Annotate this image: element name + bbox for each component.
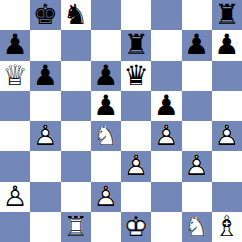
white-bishop-outline: ♗: [212, 212, 242, 242]
square-g1[interactable]: ♞♘: [182, 212, 212, 242]
square-f2[interactable]: [151, 182, 181, 212]
square-c4[interactable]: [61, 121, 91, 151]
square-g4[interactable]: [182, 121, 212, 151]
square-f5[interactable]: ♟: [151, 91, 181, 121]
square-h6[interactable]: [212, 61, 242, 91]
piece-black-king[interactable]: ♚: [30, 0, 60, 30]
square-f6[interactable]: [151, 61, 181, 91]
square-c6[interactable]: [61, 61, 91, 91]
square-f1[interactable]: [151, 212, 181, 242]
square-a3[interactable]: [0, 151, 30, 181]
piece-white-pawn[interactable]: ♟♙: [151, 121, 181, 151]
piece-white-knight[interactable]: ♞♘: [91, 121, 121, 151]
square-c2[interactable]: [61, 182, 91, 212]
square-a2[interactable]: ♟♙: [0, 182, 30, 212]
square-e7[interactable]: ♜: [121, 30, 151, 60]
square-g8[interactable]: [182, 0, 212, 30]
square-h8[interactable]: ♜: [212, 0, 242, 30]
square-a8[interactable]: [0, 0, 30, 30]
piece-white-king[interactable]: ♚♔: [121, 212, 151, 242]
square-d7[interactable]: [91, 30, 121, 60]
square-a7[interactable]: ♟: [0, 30, 30, 60]
piece-black-pawn[interactable]: ♟: [91, 91, 121, 121]
chess-board: ♚♞♜♟♜♟♟♛♕♟♟♛♟♟♟♙♞♘♟♙♟♙♟♙♟♙♟♙♟♙♜♖♚♔♞♘♝♗: [0, 0, 242, 242]
square-d2[interactable]: ♟♙: [91, 182, 121, 212]
square-g5[interactable]: [182, 91, 212, 121]
square-b3[interactable]: [30, 151, 60, 181]
piece-black-rook[interactable]: ♜: [121, 30, 151, 60]
square-a5[interactable]: [0, 91, 30, 121]
piece-white-queen[interactable]: ♛♕: [0, 61, 30, 91]
black-pawn-glyph: ♟: [91, 91, 121, 121]
black-pawn-glyph: ♟: [151, 91, 181, 121]
white-pawn-outline: ♙: [30, 121, 60, 151]
piece-white-pawn[interactable]: ♟♙: [30, 121, 60, 151]
piece-black-knight[interactable]: ♞: [61, 0, 91, 30]
square-g2[interactable]: [182, 182, 212, 212]
square-c5[interactable]: [61, 91, 91, 121]
piece-white-pawn[interactable]: ♟♙: [91, 182, 121, 212]
black-pawn-glyph: ♟: [0, 30, 30, 60]
white-king-outline: ♔: [121, 212, 151, 242]
piece-white-bishop[interactable]: ♝♗: [212, 212, 242, 242]
white-knight-outline: ♘: [182, 212, 212, 242]
square-b2[interactable]: [30, 182, 60, 212]
square-e4[interactable]: [121, 121, 151, 151]
black-knight-glyph: ♞: [61, 0, 91, 30]
square-b5[interactable]: [30, 91, 60, 121]
square-e5[interactable]: [121, 91, 151, 121]
white-pawn-outline: ♙: [212, 121, 242, 151]
square-b6[interactable]: ♟: [30, 61, 60, 91]
black-rook-glyph: ♜: [212, 0, 242, 30]
square-d5[interactable]: ♟: [91, 91, 121, 121]
piece-black-pawn[interactable]: ♟: [212, 30, 242, 60]
black-queen-glyph: ♛: [121, 61, 151, 91]
square-d4[interactable]: ♞♘: [91, 121, 121, 151]
white-pawn-outline: ♙: [0, 182, 30, 212]
square-b7[interactable]: [30, 30, 60, 60]
square-g3[interactable]: ♟♙: [182, 151, 212, 181]
square-e3[interactable]: ♟♙: [121, 151, 151, 181]
piece-white-rook[interactable]: ♜♖: [61, 212, 91, 242]
square-b4[interactable]: ♟♙: [30, 121, 60, 151]
square-h4[interactable]: ♟♙: [212, 121, 242, 151]
square-d6[interactable]: ♟: [91, 61, 121, 91]
black-pawn-glyph: ♟: [212, 30, 242, 60]
white-knight-outline: ♘: [91, 121, 121, 151]
piece-black-pawn[interactable]: ♟: [151, 91, 181, 121]
square-e2[interactable]: [121, 182, 151, 212]
square-b8[interactable]: ♚: [30, 0, 60, 30]
piece-black-pawn[interactable]: ♟: [30, 61, 60, 91]
black-king-glyph: ♚: [30, 0, 60, 30]
square-d3[interactable]: [91, 151, 121, 181]
square-f3[interactable]: [151, 151, 181, 181]
black-pawn-glyph: ♟: [182, 30, 212, 60]
white-pawn-outline: ♙: [91, 182, 121, 212]
square-a4[interactable]: [0, 121, 30, 151]
piece-white-pawn[interactable]: ♟♙: [0, 182, 30, 212]
piece-black-pawn[interactable]: ♟: [0, 30, 30, 60]
square-g6[interactable]: [182, 61, 212, 91]
piece-white-knight[interactable]: ♞♘: [182, 212, 212, 242]
square-a1[interactable]: [0, 212, 30, 242]
square-e1[interactable]: ♚♔: [121, 212, 151, 242]
white-queen-outline: ♕: [0, 61, 30, 91]
piece-white-pawn[interactable]: ♟♙: [212, 121, 242, 151]
square-h1[interactable]: ♝♗: [212, 212, 242, 242]
square-f8[interactable]: [151, 0, 181, 30]
square-f4[interactable]: ♟♙: [151, 121, 181, 151]
square-a6[interactable]: ♛♕: [0, 61, 30, 91]
square-c1[interactable]: ♜♖: [61, 212, 91, 242]
square-c7[interactable]: [61, 30, 91, 60]
square-h2[interactable]: [212, 182, 242, 212]
square-c8[interactable]: ♞: [61, 0, 91, 30]
square-h3[interactable]: [212, 151, 242, 181]
square-f7[interactable]: [151, 30, 181, 60]
square-d1[interactable]: [91, 212, 121, 242]
piece-white-pawn[interactable]: ♟♙: [182, 151, 212, 181]
white-pawn-outline: ♙: [151, 121, 181, 151]
square-e6[interactable]: ♛: [121, 61, 151, 91]
piece-white-pawn[interactable]: ♟♙: [121, 151, 151, 181]
piece-black-queen[interactable]: ♛: [121, 61, 151, 91]
black-pawn-glyph: ♟: [30, 61, 60, 91]
white-pawn-outline: ♙: [121, 151, 151, 181]
square-b1[interactable]: [30, 212, 60, 242]
square-e8[interactable]: [121, 0, 151, 30]
white-pawn-outline: ♙: [182, 151, 212, 181]
piece-black-rook[interactable]: ♜: [212, 0, 242, 30]
piece-black-pawn[interactable]: ♟: [182, 30, 212, 60]
square-c3[interactable]: [61, 151, 91, 181]
black-pawn-glyph: ♟: [91, 61, 121, 91]
square-g7[interactable]: ♟: [182, 30, 212, 60]
white-rook-outline: ♖: [61, 212, 91, 242]
square-d8[interactable]: [91, 0, 121, 30]
square-h7[interactable]: ♟: [212, 30, 242, 60]
piece-black-pawn[interactable]: ♟: [91, 61, 121, 91]
black-rook-glyph: ♜: [121, 30, 151, 60]
square-h5[interactable]: [212, 91, 242, 121]
